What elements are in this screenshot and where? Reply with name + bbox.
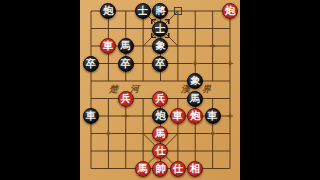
piece-red-chariot-2[interactable]: 車 (170, 108, 186, 124)
piece-black-horse-1[interactable]: 馬 (118, 38, 134, 54)
last-move-from-marker (174, 7, 182, 15)
piece-red-chariot-1[interactable]: 車 (100, 38, 116, 54)
piece-black-general[interactable]: 將 (152, 3, 168, 19)
piece-red-advisor-1[interactable]: 仕 (152, 143, 168, 159)
piece-black-soldier-1[interactable]: 卒 (83, 56, 99, 72)
piece-red-horse-2[interactable]: 馬 (135, 161, 151, 177)
letterbox-right (240, 0, 320, 180)
piece-black-cannon-1[interactable]: 炮 (100, 3, 116, 19)
piece-black-chariot-1[interactable]: 車 (83, 108, 99, 124)
piece-black-cannon-2[interactable]: 炮 (152, 108, 168, 124)
piece-black-advisor-2[interactable]: 士 (152, 21, 168, 37)
letterbox-left (0, 0, 80, 180)
piece-grid: 炮士將炮士車馬象卒卒卒象兵兵馬車炮車炮車馬仕馬帥仕相 (82, 2, 238, 177)
piece-black-elephant-2[interactable]: 象 (187, 73, 203, 89)
piece-black-horse-2[interactable]: 馬 (187, 91, 203, 107)
piece-red-cannon-2[interactable]: 炮 (187, 108, 203, 124)
piece-black-chariot-2[interactable]: 車 (205, 108, 221, 124)
piece-black-soldier-3[interactable]: 卒 (152, 56, 168, 72)
piece-red-soldier-1[interactable]: 兵 (118, 91, 134, 107)
piece-red-cannon-1[interactable]: 炮 (222, 3, 238, 19)
piece-red-general[interactable]: 帥 (152, 161, 168, 177)
video-frame: 楚河 漢界 炮士將炮士車馬象卒卒卒象兵兵馬車炮車炮車馬仕馬帥仕相 (0, 0, 320, 180)
piece-black-soldier-2[interactable]: 卒 (118, 56, 134, 72)
piece-red-advisor-2[interactable]: 仕 (170, 161, 186, 177)
piece-black-advisor-1[interactable]: 士 (135, 3, 151, 19)
piece-red-horse-1[interactable]: 馬 (152, 126, 168, 142)
xiangqi-board[interactable]: 楚河 漢界 炮士將炮士車馬象卒卒卒象兵兵馬車炮車炮車馬仕馬帥仕相 (80, 0, 240, 180)
piece-red-elephant-1[interactable]: 相 (187, 161, 203, 177)
piece-red-soldier-2[interactable]: 兵 (152, 91, 168, 107)
piece-black-elephant-1[interactable]: 象 (152, 38, 168, 54)
